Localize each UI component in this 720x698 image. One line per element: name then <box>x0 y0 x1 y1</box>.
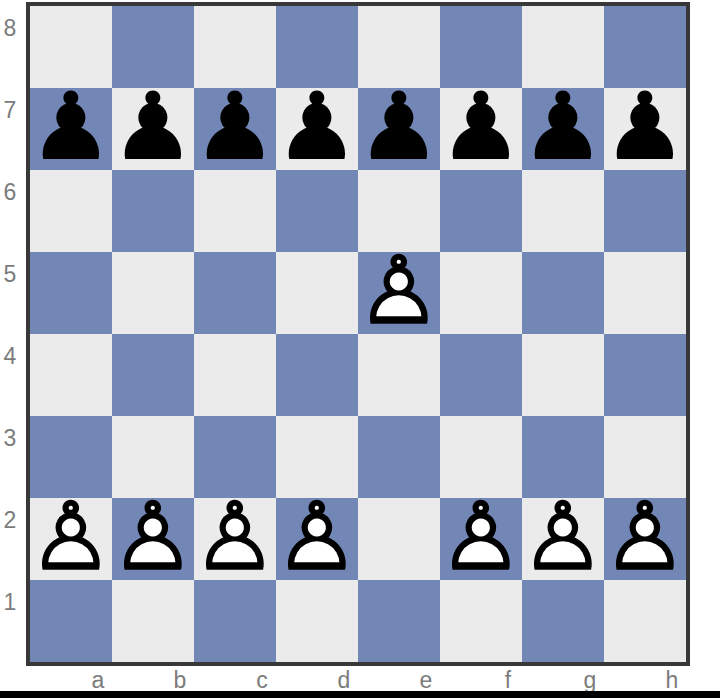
rank-label-5: 5 <box>0 262 20 287</box>
file-label-e: e <box>385 668 467 693</box>
file-label-a: a <box>57 668 139 693</box>
file-label-h: h <box>631 668 713 693</box>
square-d5[interactable] <box>276 252 358 334</box>
file-label-d: d <box>303 668 385 693</box>
square-e6[interactable] <box>358 170 440 252</box>
square-g2[interactable]: ♟♙ <box>522 498 604 580</box>
black-pawn: ♟ <box>357 80 441 174</box>
rank-label-8: 8 <box>0 16 20 41</box>
rank-label-7: 7 <box>0 98 20 123</box>
rank-label-3: 3 <box>0 426 20 451</box>
bottom-bar <box>0 691 720 698</box>
square-h8[interactable] <box>604 6 686 88</box>
square-f8[interactable] <box>440 6 522 88</box>
square-c3[interactable] <box>194 416 276 498</box>
square-g7[interactable]: ♟ <box>522 88 604 170</box>
square-b6[interactable] <box>112 170 194 252</box>
square-e2[interactable] <box>358 498 440 580</box>
square-d2[interactable]: ♟♙ <box>276 498 358 580</box>
square-e3[interactable] <box>358 416 440 498</box>
rank-label-6: 6 <box>0 180 20 205</box>
square-e1[interactable] <box>358 580 440 662</box>
square-d4[interactable] <box>276 334 358 416</box>
square-b7[interactable]: ♟ <box>112 88 194 170</box>
square-d8[interactable] <box>276 6 358 88</box>
square-f4[interactable] <box>440 334 522 416</box>
square-a1[interactable] <box>30 580 112 662</box>
rank-label-2: 2 <box>0 508 20 533</box>
square-f3[interactable] <box>440 416 522 498</box>
square-a2[interactable]: ♟♙ <box>30 498 112 580</box>
file-label-f: f <box>467 668 549 693</box>
rank-label-1: 1 <box>0 590 20 615</box>
square-a7[interactable]: ♟ <box>30 88 112 170</box>
square-h7[interactable]: ♟ <box>604 88 686 170</box>
black-pawn: ♟ <box>193 80 277 174</box>
square-a3[interactable] <box>30 416 112 498</box>
white-pawn-fill: ♟ <box>522 492 604 583</box>
square-b1[interactable] <box>112 580 194 662</box>
white-pawn: ♙ <box>521 490 605 584</box>
square-h3[interactable] <box>604 416 686 498</box>
white-pawn: ♙ <box>439 490 523 584</box>
square-f1[interactable] <box>440 580 522 662</box>
white-pawn-fill: ♟ <box>604 492 686 583</box>
square-h5[interactable] <box>604 252 686 334</box>
square-a6[interactable] <box>30 170 112 252</box>
white-pawn-fill: ♟ <box>358 246 440 337</box>
square-c4[interactable] <box>194 334 276 416</box>
square-h2[interactable]: ♟♙ <box>604 498 686 580</box>
black-pawn: ♟ <box>603 80 687 174</box>
black-pawn: ♟ <box>275 80 359 174</box>
square-d7[interactable]: ♟ <box>276 88 358 170</box>
square-c1[interactable] <box>194 580 276 662</box>
square-g6[interactable] <box>522 170 604 252</box>
square-e5[interactable]: ♟♙ <box>358 252 440 334</box>
square-c7[interactable]: ♟ <box>194 88 276 170</box>
square-f7[interactable]: ♟ <box>440 88 522 170</box>
white-pawn: ♙ <box>603 490 687 584</box>
white-pawn-fill: ♟ <box>112 492 194 583</box>
black-pawn: ♟ <box>439 80 523 174</box>
square-h4[interactable] <box>604 334 686 416</box>
white-pawn: ♙ <box>275 490 359 584</box>
square-g1[interactable] <box>522 580 604 662</box>
square-f6[interactable] <box>440 170 522 252</box>
square-g5[interactable] <box>522 252 604 334</box>
square-e8[interactable] <box>358 6 440 88</box>
square-a8[interactable] <box>30 6 112 88</box>
white-pawn-fill: ♟ <box>30 492 112 583</box>
white-pawn-fill: ♟ <box>440 492 522 583</box>
square-e4[interactable] <box>358 334 440 416</box>
square-g4[interactable] <box>522 334 604 416</box>
square-d3[interactable] <box>276 416 358 498</box>
white-pawn: ♙ <box>193 490 277 584</box>
black-pawn: ♟ <box>111 80 195 174</box>
square-g3[interactable] <box>522 416 604 498</box>
chess-board[interactable]: ♟♟♟♟♟♟♟♟♟♙♟♙♟♙♟♙♟♙♟♙♟♙♟♙ <box>26 2 690 666</box>
white-pawn-fill: ♟ <box>276 492 358 583</box>
square-d6[interactable] <box>276 170 358 252</box>
square-d1[interactable] <box>276 580 358 662</box>
square-c2[interactable]: ♟♙ <box>194 498 276 580</box>
square-b4[interactable] <box>112 334 194 416</box>
white-pawn: ♙ <box>111 490 195 584</box>
black-pawn: ♟ <box>29 80 113 174</box>
rank-label-4: 4 <box>0 344 20 369</box>
white-pawn: ♙ <box>29 490 113 584</box>
square-a4[interactable] <box>30 334 112 416</box>
square-b8[interactable] <box>112 6 194 88</box>
white-pawn-fill: ♟ <box>194 492 276 583</box>
square-c6[interactable] <box>194 170 276 252</box>
chess-page: ♟♟♟♟♟♟♟♟♟♙♟♙♟♙♟♙♟♙♟♙♟♙♟♙ 87654321 abcdef… <box>0 0 720 698</box>
white-pawn: ♙ <box>357 244 441 338</box>
file-label-b: b <box>139 668 221 693</box>
square-a5[interactable] <box>30 252 112 334</box>
square-h1[interactable] <box>604 580 686 662</box>
file-label-c: c <box>221 668 303 693</box>
square-f5[interactable] <box>440 252 522 334</box>
square-h6[interactable] <box>604 170 686 252</box>
square-b3[interactable] <box>112 416 194 498</box>
square-c5[interactable] <box>194 252 276 334</box>
square-b2[interactable]: ♟♙ <box>112 498 194 580</box>
black-pawn: ♟ <box>521 80 605 174</box>
file-label-g: g <box>549 668 631 693</box>
square-b5[interactable] <box>112 252 194 334</box>
square-g8[interactable] <box>522 6 604 88</box>
square-f2[interactable]: ♟♙ <box>440 498 522 580</box>
square-c8[interactable] <box>194 6 276 88</box>
square-e7[interactable]: ♟ <box>358 88 440 170</box>
